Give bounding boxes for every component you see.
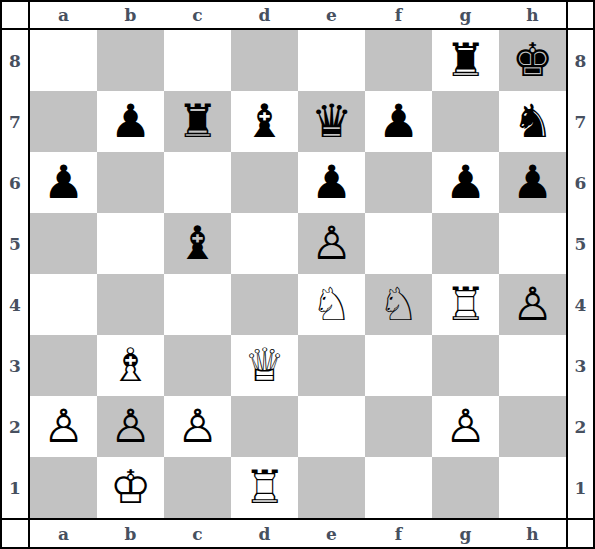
rank-label-5: 5 (568, 213, 593, 274)
file-labels-top: abcdefgh (2, 2, 593, 30)
square-b8[interactable] (97, 30, 164, 91)
corner-top-right (566, 2, 593, 28)
square-d3[interactable]: ♕ (231, 335, 298, 396)
black-rook: ♜ (177, 98, 218, 144)
square-d5[interactable] (231, 213, 298, 274)
rank-label-4: 4 (2, 274, 28, 335)
white-knight: ♘ (311, 281, 352, 327)
white-pawn: ♙ (177, 403, 218, 449)
square-g8[interactable]: ♜ (432, 30, 499, 91)
black-bishop: ♝ (244, 98, 285, 144)
square-a1[interactable] (30, 457, 97, 518)
square-h1[interactable] (499, 457, 566, 518)
square-d7[interactable]: ♝ (231, 91, 298, 152)
square-b2[interactable]: ♙ (97, 396, 164, 457)
rank-label-3: 3 (568, 335, 593, 396)
square-d4[interactable] (231, 274, 298, 335)
black-pawn: ♟ (512, 159, 553, 205)
square-c8[interactable] (164, 30, 231, 91)
black-king: ♚ (512, 37, 553, 83)
square-e4[interactable]: ♘ (298, 274, 365, 335)
white-queen: ♕ (244, 342, 285, 388)
file-label-g: g (432, 2, 499, 28)
square-h3[interactable] (499, 335, 566, 396)
square-f8[interactable] (365, 30, 432, 91)
square-e3[interactable] (298, 335, 365, 396)
square-b7[interactable]: ♟ (97, 91, 164, 152)
square-d6[interactable] (231, 152, 298, 213)
square-b3[interactable]: ♗ (97, 335, 164, 396)
square-d8[interactable] (231, 30, 298, 91)
square-h4[interactable]: ♙ (499, 274, 566, 335)
rank-label-1: 1 (2, 457, 28, 518)
white-pawn: ♙ (110, 403, 151, 449)
square-g6[interactable]: ♟ (432, 152, 499, 213)
corner-bottom-right (566, 520, 593, 547)
square-f3[interactable] (365, 335, 432, 396)
square-g7[interactable] (432, 91, 499, 152)
rank-labels-left: 87654321 (2, 30, 30, 518)
square-a3[interactable] (30, 335, 97, 396)
square-c3[interactable] (164, 335, 231, 396)
square-a5[interactable] (30, 213, 97, 274)
square-b6[interactable] (97, 152, 164, 213)
file-label-a: a (30, 520, 97, 547)
square-c5[interactable]: ♝ (164, 213, 231, 274)
file-label-b: b (97, 2, 164, 28)
square-a2[interactable]: ♙ (30, 396, 97, 457)
square-h7[interactable]: ♞ (499, 91, 566, 152)
file-label-a: a (30, 2, 97, 28)
rank-label-7: 7 (2, 91, 28, 152)
square-f2[interactable] (365, 396, 432, 457)
rank-label-6: 6 (2, 152, 28, 213)
square-f4[interactable]: ♘ (365, 274, 432, 335)
rank-labels-right: 87654321 (566, 30, 593, 518)
square-e7[interactable]: ♛ (298, 91, 365, 152)
square-h8[interactable]: ♚ (499, 30, 566, 91)
white-knight: ♘ (378, 281, 419, 327)
square-a7[interactable] (30, 91, 97, 152)
black-pawn: ♟ (378, 98, 419, 144)
square-b1[interactable]: ♔ (97, 457, 164, 518)
square-f7[interactable]: ♟ (365, 91, 432, 152)
square-a8[interactable] (30, 30, 97, 91)
square-d2[interactable] (231, 396, 298, 457)
file-label-c: c (164, 2, 231, 28)
file-label-e: e (298, 2, 365, 28)
file-labels-bottom: abcdefgh (2, 518, 593, 547)
black-pawn: ♟ (445, 159, 486, 205)
black-rook: ♜ (445, 37, 486, 83)
square-f1[interactable] (365, 457, 432, 518)
square-d1[interactable]: ♖ (231, 457, 298, 518)
white-pawn: ♙ (43, 403, 84, 449)
corner-top-left (2, 2, 30, 28)
square-e5[interactable]: ♙ (298, 213, 365, 274)
rank-label-8: 8 (568, 30, 593, 91)
white-rook: ♖ (244, 464, 285, 510)
square-c2[interactable]: ♙ (164, 396, 231, 457)
rank-label-7: 7 (568, 91, 593, 152)
square-e2[interactable] (298, 396, 365, 457)
white-bishop: ♗ (110, 342, 151, 388)
square-a4[interactable] (30, 274, 97, 335)
square-c7[interactable]: ♜ (164, 91, 231, 152)
square-e1[interactable] (298, 457, 365, 518)
file-label-g: g (432, 520, 499, 547)
square-h2[interactable] (499, 396, 566, 457)
rank-label-6: 6 (568, 152, 593, 213)
black-pawn: ♟ (43, 159, 84, 205)
square-g2[interactable]: ♙ (432, 396, 499, 457)
square-e8[interactable] (298, 30, 365, 91)
square-c6[interactable] (164, 152, 231, 213)
square-h6[interactable]: ♟ (499, 152, 566, 213)
white-pawn: ♙ (311, 220, 352, 266)
file-label-h: h (499, 2, 566, 28)
file-label-f: f (365, 2, 432, 28)
square-e6[interactable]: ♟ (298, 152, 365, 213)
square-c1[interactable] (164, 457, 231, 518)
square-h5[interactable] (499, 213, 566, 274)
white-pawn: ♙ (445, 403, 486, 449)
square-g3[interactable] (432, 335, 499, 396)
square-b5[interactable] (97, 213, 164, 274)
file-label-h: h (499, 520, 566, 547)
square-g4[interactable]: ♖ (432, 274, 499, 335)
black-bishop: ♝ (177, 220, 218, 266)
black-pawn: ♟ (311, 159, 352, 205)
chess-board: ♜♚♟♜♝♛♟♞♟♟♟♟♝♙♘♘♖♙♗♕♙♙♙♙♔♖ (30, 30, 566, 518)
square-g1[interactable] (432, 457, 499, 518)
file-label-strip-bottom: abcdefgh (30, 520, 566, 547)
file-label-strip-top: abcdefgh (30, 2, 566, 28)
rank-label-1: 1 (568, 457, 593, 518)
file-label-e: e (298, 520, 365, 547)
black-pawn: ♟ (110, 98, 151, 144)
black-knight: ♞ (512, 98, 553, 144)
chess-diagram: abcdefgh 87654321 ♜♚♟♜♝♛♟♞♟♟♟♟♝♙♘♘♖♙♗♕♙♙… (0, 0, 595, 549)
rank-label-8: 8 (2, 30, 28, 91)
file-label-b: b (97, 520, 164, 547)
square-a6[interactable]: ♟ (30, 152, 97, 213)
square-b4[interactable] (97, 274, 164, 335)
rank-label-4: 4 (568, 274, 593, 335)
board-row: 87654321 ♜♚♟♜♝♛♟♞♟♟♟♟♝♙♘♘♖♙♗♕♙♙♙♙♔♖ 8765… (2, 30, 593, 518)
corner-bottom-left (2, 520, 30, 547)
rank-label-2: 2 (568, 396, 593, 457)
square-c4[interactable] (164, 274, 231, 335)
square-g5[interactable] (432, 213, 499, 274)
white-rook: ♖ (445, 281, 486, 327)
file-label-c: c (164, 520, 231, 547)
rank-label-2: 2 (2, 396, 28, 457)
white-king: ♔ (110, 464, 151, 510)
rank-label-3: 3 (2, 335, 28, 396)
square-f6[interactable] (365, 152, 432, 213)
rank-label-5: 5 (2, 213, 28, 274)
white-pawn: ♙ (512, 281, 553, 327)
file-label-f: f (365, 520, 432, 547)
square-f5[interactable] (365, 213, 432, 274)
file-label-d: d (231, 520, 298, 547)
black-queen: ♛ (311, 98, 352, 144)
file-label-d: d (231, 2, 298, 28)
